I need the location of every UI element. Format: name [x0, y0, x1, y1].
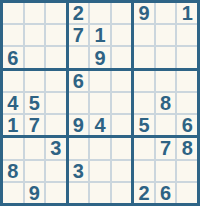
cell-r5c5[interactable] [90, 93, 110, 113]
cell-r2c3[interactable] [46, 25, 66, 45]
cell-r3c6[interactable] [112, 47, 132, 67]
cell-r6c5[interactable]: 4 [90, 115, 110, 135]
box-2-1: 4517 [3, 71, 66, 136]
cell-r2c4[interactable]: 7 [69, 25, 89, 45]
cell-r8c5[interactable] [90, 161, 110, 181]
cell-r1c8[interactable] [156, 3, 176, 23]
cell-r5c1[interactable]: 4 [3, 93, 23, 113]
cell-r7c1[interactable] [3, 138, 23, 158]
cell-r3c2[interactable] [25, 47, 45, 67]
cell-r6c9[interactable]: 6 [177, 115, 197, 135]
box-3-1: 389 [3, 138, 66, 203]
cell-r6c6[interactable] [112, 115, 132, 135]
cell-r7c2[interactable] [25, 138, 45, 158]
cell-r1c6[interactable] [112, 3, 132, 23]
cell-r7c5[interactable] [90, 138, 110, 158]
cell-r4c2[interactable] [25, 71, 45, 91]
cell-r2c7[interactable] [134, 25, 154, 45]
cell-r2c5[interactable]: 1 [90, 25, 110, 45]
cell-r1c1[interactable] [3, 3, 23, 23]
cell-r6c8[interactable] [156, 115, 176, 135]
cell-r8c9[interactable] [177, 161, 197, 181]
box-3-2: 3 [69, 138, 132, 203]
cell-r4c3[interactable] [46, 71, 66, 91]
cell-r8c2[interactable] [25, 161, 45, 181]
cell-r3c3[interactable] [46, 47, 66, 67]
cell-r8c1[interactable]: 8 [3, 161, 23, 181]
cell-r1c9[interactable]: 1 [177, 3, 197, 23]
cell-r9c3[interactable] [46, 183, 66, 203]
cell-r4c6[interactable] [112, 71, 132, 91]
cell-r7c7[interactable] [134, 138, 154, 158]
cell-r6c4[interactable]: 9 [69, 115, 89, 135]
cell-r6c2[interactable]: 7 [25, 115, 45, 135]
box-1-1: 6 [3, 3, 66, 68]
cell-r9c9[interactable] [177, 183, 197, 203]
cell-r9c1[interactable] [3, 183, 23, 203]
cell-r1c4[interactable]: 2 [69, 3, 89, 23]
cell-r3c5[interactable]: 9 [90, 47, 110, 67]
cell-r7c9[interactable]: 8 [177, 138, 197, 158]
cell-r1c3[interactable] [46, 3, 66, 23]
cell-r9c5[interactable] [90, 183, 110, 203]
cell-r5c4[interactable] [69, 93, 89, 113]
cell-r4c7[interactable] [134, 71, 154, 91]
cell-r7c8[interactable]: 7 [156, 138, 176, 158]
cell-r4c5[interactable] [90, 71, 110, 91]
cell-r9c7[interactable]: 2 [134, 183, 154, 203]
cell-r5c2[interactable]: 5 [25, 93, 45, 113]
cell-r6c3[interactable] [46, 115, 66, 135]
cell-r3c1[interactable]: 6 [3, 47, 23, 67]
cell-r4c4[interactable]: 6 [69, 71, 89, 91]
cell-r5c9[interactable] [177, 93, 197, 113]
cell-r2c6[interactable] [112, 25, 132, 45]
cell-r3c4[interactable] [69, 47, 89, 67]
cell-r6c7[interactable]: 5 [134, 115, 154, 135]
cell-r7c4[interactable] [69, 138, 89, 158]
box-3-3: 7826 [134, 138, 197, 203]
box-2-2: 694 [69, 71, 132, 136]
cell-r7c6[interactable] [112, 138, 132, 158]
cell-r6c1[interactable]: 1 [3, 115, 23, 135]
cell-r3c8[interactable] [156, 47, 176, 67]
cell-r5c3[interactable] [46, 93, 66, 113]
cell-r5c7[interactable] [134, 93, 154, 113]
box-1-3: 91 [134, 3, 197, 68]
cell-r9c2[interactable]: 9 [25, 183, 45, 203]
cell-r8c4[interactable]: 3 [69, 161, 89, 181]
cell-r1c5[interactable] [90, 3, 110, 23]
sudoku-board: 6271991451769485638937826 [0, 0, 200, 206]
cell-r8c6[interactable] [112, 161, 132, 181]
cell-r2c2[interactable] [25, 25, 45, 45]
cell-r3c7[interactable] [134, 47, 154, 67]
cell-r8c8[interactable] [156, 161, 176, 181]
cell-r8c3[interactable] [46, 161, 66, 181]
cell-r4c1[interactable] [3, 71, 23, 91]
cell-r2c9[interactable] [177, 25, 197, 45]
box-2-3: 856 [134, 71, 197, 136]
cell-r4c9[interactable] [177, 71, 197, 91]
cell-r7c3[interactable]: 3 [46, 138, 66, 158]
cell-r2c1[interactable] [3, 25, 23, 45]
cell-r8c7[interactable] [134, 161, 154, 181]
box-1-2: 2719 [69, 3, 132, 68]
cell-r9c6[interactable] [112, 183, 132, 203]
cell-r1c2[interactable] [25, 3, 45, 23]
cell-r5c6[interactable] [112, 93, 132, 113]
cell-r9c4[interactable] [69, 183, 89, 203]
cell-r4c8[interactable] [156, 71, 176, 91]
cell-r2c8[interactable] [156, 25, 176, 45]
cell-r9c8[interactable]: 6 [156, 183, 176, 203]
cell-r1c7[interactable]: 9 [134, 3, 154, 23]
cell-r5c8[interactable]: 8 [156, 93, 176, 113]
cell-r3c9[interactable] [177, 47, 197, 67]
